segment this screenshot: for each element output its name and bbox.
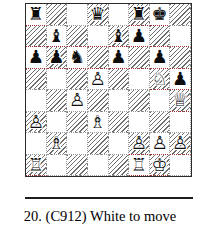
square-e7: ♝ xyxy=(109,26,130,48)
piece-black-pawn: ♟ xyxy=(28,47,44,67)
piece-black-knight: ♞ xyxy=(69,47,85,67)
square-h8 xyxy=(170,4,191,26)
piece-black-bishop: ♝ xyxy=(110,26,126,46)
square-b8 xyxy=(47,4,68,26)
piece-white-pawn: ♙ xyxy=(131,133,147,153)
square-h2: ♙ xyxy=(170,133,191,155)
square-c1 xyxy=(67,155,88,177)
square-c5 xyxy=(67,69,88,91)
square-g5: ♘ xyxy=(150,69,171,91)
square-b5 xyxy=(47,69,68,91)
square-a5 xyxy=(26,69,47,91)
piece-black-rook: ♜ xyxy=(131,4,147,24)
piece-black-queen: ♛ xyxy=(90,4,106,24)
diagram-caption: 20. (C912) White to move xyxy=(0,208,200,225)
diagram-divider xyxy=(25,197,193,199)
piece-white-pawn: ♙ xyxy=(69,90,85,110)
square-h6 xyxy=(170,47,191,69)
square-d3: ♗ xyxy=(88,112,109,134)
square-b3 xyxy=(47,112,68,134)
square-f8: ♜ xyxy=(129,4,150,26)
piece-white-knight: ♘ xyxy=(151,69,167,89)
square-f5 xyxy=(129,69,150,91)
square-f6 xyxy=(129,47,150,69)
square-d6 xyxy=(88,47,109,69)
square-b6: ♟ xyxy=(47,47,68,69)
chess-board: ♜♛♜♚♝♝♟♟♟♞♟♟♙♘♟♙♕♙♗♗♙♙♙♖♖♔ xyxy=(25,3,192,177)
square-f4 xyxy=(129,90,150,112)
square-g2: ♙ xyxy=(150,133,171,155)
square-c6: ♞ xyxy=(67,47,88,69)
piece-white-bishop: ♗ xyxy=(48,133,64,153)
square-h4: ♕ xyxy=(170,90,191,112)
square-f1: ♖ xyxy=(129,155,150,177)
square-c8 xyxy=(67,4,88,26)
piece-black-rook: ♜ xyxy=(28,4,44,24)
piece-white-bishop: ♗ xyxy=(90,112,106,132)
square-e1 xyxy=(109,155,130,177)
square-c3 xyxy=(67,112,88,134)
square-b4 xyxy=(47,90,68,112)
square-g8: ♚ xyxy=(150,4,171,26)
piece-black-pawn: ♟ xyxy=(48,47,64,67)
piece-white-pawn: ♙ xyxy=(172,133,188,153)
piece-white-pawn: ♙ xyxy=(28,112,44,132)
square-b7: ♝ xyxy=(47,26,68,48)
square-b1 xyxy=(47,155,68,177)
square-g1: ♔ xyxy=(150,155,171,177)
square-a7 xyxy=(26,26,47,48)
square-c4: ♙ xyxy=(67,90,88,112)
square-a3: ♙ xyxy=(26,112,47,134)
square-d1 xyxy=(88,155,109,177)
piece-white-pawn: ♙ xyxy=(90,69,106,89)
square-e3 xyxy=(109,112,130,134)
square-g7 xyxy=(150,26,171,48)
square-e2 xyxy=(109,133,130,155)
square-g6: ♟ xyxy=(150,47,171,69)
piece-black-pawn: ♟ xyxy=(151,47,167,67)
piece-white-queen: ♕ xyxy=(172,90,188,110)
square-e4 xyxy=(109,90,130,112)
square-b2: ♗ xyxy=(47,133,68,155)
square-c7 xyxy=(67,26,88,48)
square-f7: ♟ xyxy=(129,26,150,48)
piece-black-pawn: ♟ xyxy=(110,47,126,67)
square-h3 xyxy=(170,112,191,134)
square-d2 xyxy=(88,133,109,155)
square-a6: ♟ xyxy=(26,47,47,69)
square-g4 xyxy=(150,90,171,112)
square-h1 xyxy=(170,155,191,177)
square-f2: ♙ xyxy=(129,133,150,155)
piece-white-king: ♔ xyxy=(151,155,167,175)
square-d7 xyxy=(88,26,109,48)
piece-black-bishop: ♝ xyxy=(48,26,64,46)
square-a2 xyxy=(26,133,47,155)
piece-black-pawn: ♟ xyxy=(172,69,188,89)
square-a1: ♖ xyxy=(26,155,47,177)
square-d5: ♙ xyxy=(88,69,109,91)
square-h5: ♟ xyxy=(170,69,191,91)
square-c2 xyxy=(67,133,88,155)
piece-black-king: ♚ xyxy=(151,4,167,24)
piece-black-pawn: ♟ xyxy=(131,26,147,46)
square-a8: ♜ xyxy=(26,4,47,26)
square-e5 xyxy=(109,69,130,91)
piece-white-pawn: ♙ xyxy=(151,133,167,153)
square-d4 xyxy=(88,90,109,112)
square-e6: ♟ xyxy=(109,47,130,69)
square-f3 xyxy=(129,112,150,134)
piece-white-rook: ♖ xyxy=(28,155,44,175)
square-g3 xyxy=(150,112,171,134)
square-h7 xyxy=(170,26,191,48)
square-a4 xyxy=(26,90,47,112)
piece-white-rook: ♖ xyxy=(131,155,147,175)
square-d8: ♛ xyxy=(88,4,109,26)
square-e8 xyxy=(109,4,130,26)
